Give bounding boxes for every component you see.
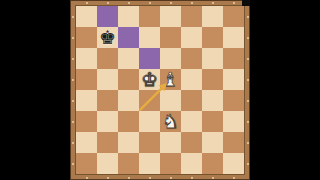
border-stud-dot bbox=[72, 58, 74, 60]
square-b1[interactable] bbox=[97, 153, 118, 174]
border-stud-dot bbox=[191, 177, 193, 179]
square-e2[interactable] bbox=[160, 132, 181, 153]
square-h4[interactable] bbox=[223, 90, 244, 111]
square-a1[interactable] bbox=[76, 153, 97, 174]
square-f3[interactable] bbox=[181, 111, 202, 132]
square-h8[interactable] bbox=[223, 6, 244, 27]
border-stud-dot bbox=[149, 2, 151, 4]
border-stud-dot bbox=[72, 163, 74, 165]
square-d6[interactable] bbox=[139, 48, 160, 69]
border-stud-dot bbox=[247, 100, 249, 102]
border-stud-dot bbox=[247, 163, 249, 165]
square-c7[interactable] bbox=[118, 27, 139, 48]
border-stud-dot bbox=[247, 37, 249, 39]
border-stud-dot bbox=[212, 177, 214, 179]
video-frame: ♚♚♝♞ bbox=[0, 0, 320, 180]
square-f7[interactable] bbox=[181, 27, 202, 48]
square-c3[interactable] bbox=[118, 111, 139, 132]
piece-white-king[interactable]: ♚ bbox=[139, 69, 160, 90]
square-d8[interactable] bbox=[139, 6, 160, 27]
square-b8[interactable] bbox=[97, 6, 118, 27]
square-c5[interactable] bbox=[118, 69, 139, 90]
square-f2[interactable] bbox=[181, 132, 202, 153]
border-stud-dot bbox=[72, 121, 74, 123]
border-stud-dot bbox=[233, 2, 235, 4]
square-a8[interactable] bbox=[76, 6, 97, 27]
square-h2[interactable] bbox=[223, 132, 244, 153]
border-stud-dot bbox=[72, 79, 74, 81]
board-grid: ♚♚♝♞ bbox=[76, 6, 244, 174]
square-g6[interactable] bbox=[202, 48, 223, 69]
border-stud-dot bbox=[247, 79, 249, 81]
border-stud-dot bbox=[128, 177, 130, 179]
square-e3[interactable]: ♞ bbox=[160, 111, 181, 132]
square-g3[interactable] bbox=[202, 111, 223, 132]
square-a3[interactable] bbox=[76, 111, 97, 132]
square-g5[interactable] bbox=[202, 69, 223, 90]
square-d1[interactable] bbox=[139, 153, 160, 174]
border-stud-dot bbox=[191, 2, 193, 4]
square-h3[interactable] bbox=[223, 111, 244, 132]
border-stud-dot bbox=[247, 121, 249, 123]
square-f4[interactable] bbox=[181, 90, 202, 111]
square-f5[interactable] bbox=[181, 69, 202, 90]
piece-white-bishop[interactable]: ♝ bbox=[160, 69, 181, 90]
square-b3[interactable] bbox=[97, 111, 118, 132]
square-g7[interactable] bbox=[202, 27, 223, 48]
border-stud-dot bbox=[72, 16, 74, 18]
square-h6[interactable] bbox=[223, 48, 244, 69]
border-stud-dot bbox=[170, 2, 172, 4]
square-a7[interactable] bbox=[76, 27, 97, 48]
square-c1[interactable] bbox=[118, 153, 139, 174]
border-stud-dot bbox=[72, 142, 74, 144]
square-g2[interactable] bbox=[202, 132, 223, 153]
border-stud-dot bbox=[86, 2, 88, 4]
square-a2[interactable] bbox=[76, 132, 97, 153]
square-f1[interactable] bbox=[181, 153, 202, 174]
border-stud-dot bbox=[170, 177, 172, 179]
square-b7[interactable]: ♚ bbox=[97, 27, 118, 48]
square-b2[interactable] bbox=[97, 132, 118, 153]
square-c4[interactable] bbox=[118, 90, 139, 111]
square-e1[interactable] bbox=[160, 153, 181, 174]
border-stud-dot bbox=[128, 2, 130, 4]
square-a4[interactable] bbox=[76, 90, 97, 111]
border-stud-dot bbox=[247, 58, 249, 60]
square-e4[interactable] bbox=[160, 90, 181, 111]
border-stud-dot bbox=[107, 2, 109, 4]
border-stud-dot bbox=[247, 142, 249, 144]
border-stud-dot bbox=[72, 37, 74, 39]
border-stud-dot bbox=[247, 16, 249, 18]
border-stud-dot bbox=[233, 177, 235, 179]
corner-marker bbox=[242, 0, 250, 6]
square-b5[interactable] bbox=[97, 69, 118, 90]
piece-white-knight[interactable]: ♞ bbox=[160, 111, 181, 132]
square-h5[interactable] bbox=[223, 69, 244, 90]
square-b6[interactable] bbox=[97, 48, 118, 69]
square-h1[interactable] bbox=[223, 153, 244, 174]
border-stud-dot bbox=[72, 100, 74, 102]
border-stud-dot bbox=[107, 177, 109, 179]
square-d2[interactable] bbox=[139, 132, 160, 153]
square-d4[interactable] bbox=[139, 90, 160, 111]
square-c2[interactable] bbox=[118, 132, 139, 153]
border-stud-dot bbox=[86, 177, 88, 179]
square-e5[interactable]: ♝ bbox=[160, 69, 181, 90]
chess-board[interactable]: ♚♚♝♞ bbox=[70, 0, 250, 180]
square-h7[interactable] bbox=[223, 27, 244, 48]
border-stud-dot bbox=[212, 2, 214, 4]
square-g8[interactable] bbox=[202, 6, 223, 27]
square-d3[interactable] bbox=[139, 111, 160, 132]
square-d5[interactable]: ♚ bbox=[139, 69, 160, 90]
square-g1[interactable] bbox=[202, 153, 223, 174]
square-a6[interactable] bbox=[76, 48, 97, 69]
square-f6[interactable] bbox=[181, 48, 202, 69]
square-f8[interactable] bbox=[181, 6, 202, 27]
border-stud-dot bbox=[149, 177, 151, 179]
square-c6[interactable] bbox=[118, 48, 139, 69]
square-b4[interactable] bbox=[97, 90, 118, 111]
piece-black-king[interactable]: ♚ bbox=[97, 27, 118, 48]
square-c8[interactable] bbox=[118, 6, 139, 27]
square-a5[interactable] bbox=[76, 69, 97, 90]
square-d7[interactable] bbox=[139, 27, 160, 48]
square-e6[interactable] bbox=[160, 48, 181, 69]
square-e8[interactable] bbox=[160, 6, 181, 27]
square-g4[interactable] bbox=[202, 90, 223, 111]
square-e7[interactable] bbox=[160, 27, 181, 48]
